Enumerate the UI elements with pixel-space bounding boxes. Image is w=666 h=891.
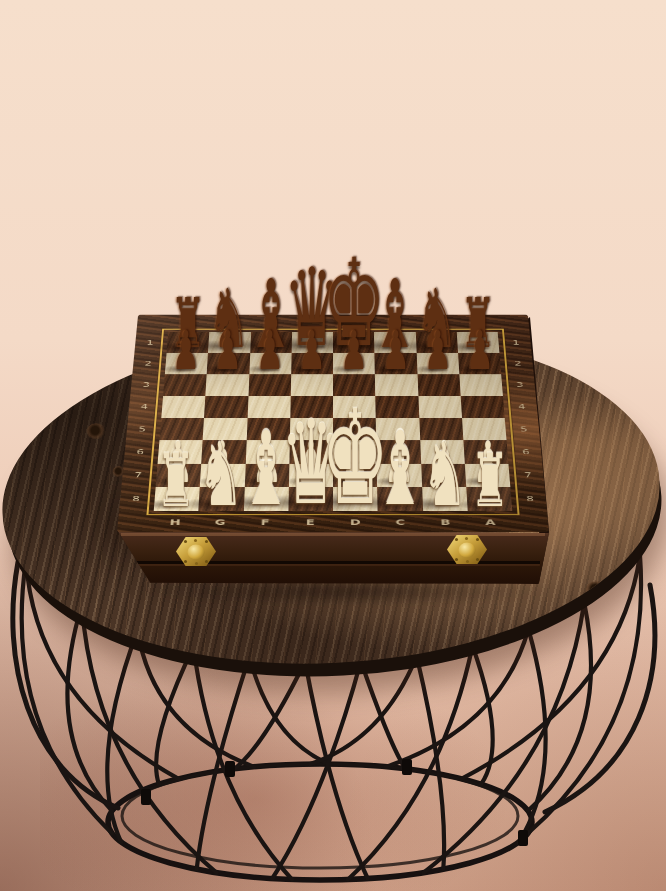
wire-clip	[225, 761, 235, 777]
file-label-g: G	[215, 517, 227, 526]
square-a6	[463, 440, 508, 463]
square-g7	[200, 463, 245, 487]
square-h3	[163, 374, 207, 396]
rank-label-right-2: 2	[514, 360, 522, 367]
square-c6	[376, 440, 420, 463]
square-a8	[466, 487, 512, 511]
square-d6	[333, 440, 377, 463]
rank-label-left-6: 6	[136, 448, 144, 456]
square-c2	[375, 353, 417, 374]
rank-label-right-3: 3	[516, 381, 524, 388]
rank-label-left-1: 1	[146, 339, 154, 346]
wire-clip	[402, 759, 412, 775]
square-a4	[460, 396, 504, 418]
rank-label-left-3: 3	[142, 381, 150, 388]
rank-label-left-2: 2	[144, 360, 152, 367]
square-b5	[419, 418, 463, 441]
rank-label-left-4: 4	[140, 403, 148, 411]
square-a2	[458, 353, 501, 374]
square-a3	[459, 374, 503, 396]
square-f4	[247, 396, 290, 418]
file-label-a: A	[485, 517, 496, 526]
rank-label-left-5: 5	[138, 425, 146, 433]
square-c8	[377, 487, 422, 511]
file-label-c: C	[395, 517, 405, 526]
rank-label-right-8: 8	[526, 495, 534, 503]
square-b2	[416, 353, 459, 374]
square-h8	[154, 487, 200, 511]
rank-label-right-7: 7	[524, 471, 532, 479]
square-b3	[417, 374, 460, 396]
square-f7	[244, 463, 289, 487]
file-label-e: E	[306, 517, 315, 526]
square-c3	[375, 374, 418, 396]
square-e6	[289, 440, 333, 463]
square-h2	[165, 353, 208, 374]
rank-label-right-4: 4	[518, 403, 526, 411]
square-a1	[457, 332, 500, 353]
file-label-d: D	[350, 517, 361, 526]
square-h1	[167, 332, 210, 353]
square-g3	[206, 374, 249, 396]
square-g8	[199, 487, 245, 511]
square-d2	[333, 353, 375, 374]
square-f8	[243, 487, 288, 511]
square-d4	[333, 396, 376, 418]
file-label-b: B	[440, 517, 451, 526]
file-label-f: F	[261, 517, 271, 526]
lid-edge-highlight	[121, 533, 544, 536]
square-f5	[246, 418, 290, 441]
square-e3	[291, 374, 333, 396]
square-g2	[207, 353, 250, 374]
square-e2	[291, 353, 333, 374]
wood-knot	[86, 423, 107, 440]
square-d1	[333, 332, 375, 353]
square-g5	[203, 418, 247, 441]
square-f1	[250, 332, 292, 353]
rank-label-right-6: 6	[522, 448, 530, 456]
square-g1	[208, 332, 250, 353]
chess-board: HGFEDCBA1234567812345678	[117, 315, 549, 532]
square-d7	[333, 463, 377, 487]
wire-clip	[518, 830, 528, 846]
square-b7	[421, 463, 466, 487]
square-h6	[158, 440, 203, 463]
square-f2	[249, 353, 291, 374]
wire-clip	[141, 789, 151, 805]
square-f3	[248, 374, 291, 396]
square-a7	[465, 463, 511, 487]
square-g4	[204, 396, 248, 418]
square-e1	[291, 332, 333, 353]
square-c5	[376, 418, 420, 441]
square-e5	[290, 418, 333, 441]
square-c7	[377, 463, 422, 487]
square-f6	[245, 440, 289, 463]
square-e8	[288, 487, 333, 511]
square-b6	[420, 440, 465, 463]
rank-label-left-8: 8	[132, 495, 140, 503]
square-b1	[415, 332, 457, 353]
rank-label-right-5: 5	[520, 425, 528, 433]
square-h7	[156, 463, 202, 487]
square-h4	[161, 396, 205, 418]
square-d3	[333, 374, 375, 396]
square-b4	[418, 396, 462, 418]
square-b8	[422, 487, 468, 511]
square-e4	[290, 396, 333, 418]
board-squares	[154, 332, 513, 511]
square-a5	[462, 418, 507, 441]
square-g6	[201, 440, 246, 463]
square-e7	[289, 463, 333, 487]
square-d8	[333, 487, 378, 511]
square-d5	[333, 418, 376, 441]
square-h5	[159, 418, 204, 441]
square-c1	[374, 332, 416, 353]
scene: HGFEDCBA1234567812345678 ♜♞♝♛♚♝♞♜♟♟♟♟♟♟♟…	[0, 0, 666, 891]
rank-label-right-1: 1	[512, 339, 520, 346]
file-label-h: H	[169, 517, 181, 526]
square-c4	[375, 396, 418, 418]
rank-label-left-7: 7	[134, 471, 142, 479]
